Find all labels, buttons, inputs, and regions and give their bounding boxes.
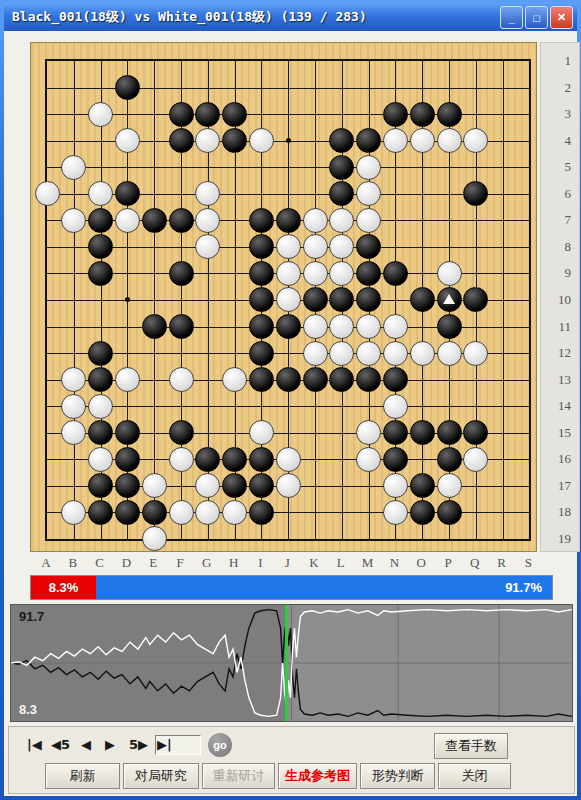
- column-label: D: [122, 555, 131, 571]
- column-label: B: [68, 555, 77, 571]
- black-stone: [249, 314, 274, 339]
- white-stone: [115, 208, 140, 233]
- row-label: 4: [565, 133, 572, 149]
- row-label: 17: [558, 478, 571, 494]
- white-stone: [329, 208, 354, 233]
- maximize-button[interactable]: □: [525, 6, 548, 29]
- white-stone: [303, 234, 328, 259]
- black-stone: [276, 367, 301, 392]
- black-stone: [383, 102, 408, 127]
- black-stone: [88, 261, 113, 286]
- black-stone: [88, 500, 113, 525]
- action-button-3: 重新研讨: [202, 763, 275, 789]
- white-stone: [410, 128, 435, 153]
- black-stone: [303, 287, 328, 312]
- column-label: K: [309, 555, 318, 571]
- white-stone: [276, 234, 301, 259]
- black-stone: [142, 500, 167, 525]
- row-label: 19: [558, 531, 571, 547]
- white-stone: [35, 181, 60, 206]
- black-stone: [169, 314, 194, 339]
- nav-forward-5-button[interactable]: 5▶: [129, 737, 148, 752]
- column-label: A: [41, 555, 50, 571]
- action-button-2[interactable]: 对局研究: [123, 763, 199, 789]
- black-stone: [249, 367, 274, 392]
- white-stone: [249, 420, 274, 445]
- row-label: 6: [565, 186, 572, 202]
- nav-last-move-button[interactable]: ▶|: [157, 737, 172, 752]
- black-stone: [410, 287, 435, 312]
- column-label: H: [229, 555, 238, 571]
- white-stone: [383, 314, 408, 339]
- black-stone: [222, 102, 247, 127]
- row-label: 14: [558, 398, 571, 414]
- white-stone: [463, 447, 488, 472]
- white-stone: [61, 394, 86, 419]
- white-stone: [410, 341, 435, 366]
- black-stone: [249, 500, 274, 525]
- row-label: 18: [558, 504, 571, 520]
- white-stone: [329, 341, 354, 366]
- navigation-row: go 查看手数 |◀◀5◀▶5▶▶|: [9, 733, 574, 759]
- nav-forward-1-button[interactable]: ▶: [105, 737, 115, 752]
- row-label: 3: [565, 106, 572, 122]
- white-stone: [437, 341, 462, 366]
- close-button[interactable]: ✕: [550, 6, 573, 29]
- white-stone: [463, 341, 488, 366]
- row-label: 8: [565, 239, 572, 255]
- white-stone: [115, 367, 140, 392]
- black-stone: [115, 420, 140, 445]
- white-stone: [115, 128, 140, 153]
- nav-first-move-button[interactable]: |◀: [27, 737, 42, 752]
- row-label: 2: [565, 80, 572, 96]
- view-moves-button[interactable]: 查看手数: [434, 733, 508, 759]
- column-label: M: [362, 555, 374, 571]
- white-stone: [142, 473, 167, 498]
- winrate-graph: 91.7 8.3: [10, 604, 573, 722]
- row-label: 9: [565, 265, 572, 281]
- white-stone: [356, 208, 381, 233]
- action-button-5[interactable]: 形势判断: [360, 763, 435, 789]
- row-coordinate-labels: 12345678910111213141516171819: [540, 42, 580, 552]
- white-stone: [276, 447, 301, 472]
- black-stone: [410, 473, 435, 498]
- white-stone: [303, 314, 328, 339]
- black-stone: [142, 208, 167, 233]
- black-stone: [410, 500, 435, 525]
- white-stone: [276, 287, 301, 312]
- window-title: Black_001(18级) vs White_001(18级) (139 / …: [4, 8, 367, 26]
- black-stone: [88, 341, 113, 366]
- row-label: 16: [558, 451, 571, 467]
- white-stone: [195, 500, 220, 525]
- row-label: 1: [565, 53, 572, 69]
- black-stone: [115, 500, 140, 525]
- black-stone: [249, 208, 274, 233]
- white-stone: [88, 394, 113, 419]
- black-stone: [249, 261, 274, 286]
- minimize-button[interactable]: _: [500, 6, 523, 29]
- control-panel: go 查看手数 |◀◀5◀▶5▶▶| 刷新对局研究重新研讨生成参考图形势判断关闭: [8, 726, 575, 794]
- black-stone: [437, 500, 462, 525]
- row-label: 12: [558, 345, 571, 361]
- grid-line-v: [503, 61, 504, 539]
- black-stone: [383, 367, 408, 392]
- white-stone: [356, 447, 381, 472]
- white-stone: [383, 394, 408, 419]
- black-stone: [437, 447, 462, 472]
- grid-line-h: [47, 406, 529, 407]
- white-stone: [437, 128, 462, 153]
- white-stone: [356, 341, 381, 366]
- white-stone: [303, 261, 328, 286]
- black-stone: [249, 447, 274, 472]
- black-stone: [437, 314, 462, 339]
- graph-max-label: 91.7: [19, 609, 44, 624]
- white-winrate-value: 91.7%: [505, 580, 542, 595]
- column-label: C: [95, 555, 104, 571]
- go-button[interactable]: go: [208, 733, 232, 757]
- black-stone: [329, 155, 354, 180]
- white-stone: [303, 208, 328, 233]
- black-stone: [410, 102, 435, 127]
- black-stone: [383, 447, 408, 472]
- black-stone: [222, 447, 247, 472]
- column-label: Q: [470, 555, 479, 571]
- black-stone: [115, 181, 140, 206]
- row-label: 7: [565, 212, 572, 228]
- black-stone: [142, 314, 167, 339]
- white-winrate-segment: 91.7%: [96, 576, 552, 599]
- black-stone: [169, 102, 194, 127]
- action-button-6[interactable]: 关闭: [438, 763, 511, 789]
- white-stone: [437, 261, 462, 286]
- white-stone: [249, 128, 274, 153]
- white-stone: [61, 208, 86, 233]
- row-label: 5: [565, 159, 572, 175]
- white-stone: [88, 447, 113, 472]
- app-window: Black_001(18级) vs White_001(18级) (139 / …: [0, 0, 581, 800]
- row-label: 13: [558, 372, 571, 388]
- black-stone: [249, 341, 274, 366]
- nav-back-5-button[interactable]: ◀5: [51, 737, 70, 752]
- action-button-1[interactable]: 刷新: [45, 763, 120, 789]
- white-stone: [88, 102, 113, 127]
- black-stone: [383, 420, 408, 445]
- white-stone: [142, 526, 167, 551]
- column-label: R: [497, 555, 506, 571]
- white-stone: [276, 473, 301, 498]
- black-stone: [410, 420, 435, 445]
- column-label: F: [176, 555, 183, 571]
- black-stone: [169, 208, 194, 233]
- black-stone: [437, 102, 462, 127]
- column-label: S: [525, 555, 532, 571]
- black-stone: [88, 208, 113, 233]
- white-stone: [356, 314, 381, 339]
- black-stone: [115, 75, 140, 100]
- white-stone: [276, 261, 301, 286]
- column-label: P: [444, 555, 451, 571]
- white-stone: [437, 473, 462, 498]
- white-stone: [169, 500, 194, 525]
- black-stone: [115, 447, 140, 472]
- column-label: G: [202, 555, 211, 571]
- nav-back-1-button[interactable]: ◀: [81, 737, 91, 752]
- black-stone: [169, 128, 194, 153]
- row-label: 11: [558, 319, 571, 335]
- star-point: [286, 138, 291, 143]
- white-stone: [195, 208, 220, 233]
- white-stone: [222, 500, 247, 525]
- white-stone: [356, 155, 381, 180]
- black-stone: [356, 261, 381, 286]
- black-stone: [195, 102, 220, 127]
- row-label: 15: [558, 425, 571, 441]
- black-winrate-segment: 8.3%: [31, 576, 96, 599]
- white-stone: [383, 500, 408, 525]
- black-stone: [195, 447, 220, 472]
- last-move-marker: [443, 294, 455, 304]
- black-stone: [169, 261, 194, 286]
- black-stone: [437, 420, 462, 445]
- white-stone: [169, 447, 194, 472]
- content-area: 12345678910111213141516171819 ABCDEFGHIJ…: [4, 31, 577, 796]
- white-stone: [303, 341, 328, 366]
- black-stone: [303, 367, 328, 392]
- row-label: 10: [558, 292, 571, 308]
- column-label: J: [285, 555, 290, 571]
- white-stone: [383, 341, 408, 366]
- column-label: O: [416, 555, 425, 571]
- black-stone: [437, 287, 462, 312]
- column-label: I: [258, 555, 262, 571]
- column-label: E: [149, 555, 157, 571]
- white-stone: [383, 128, 408, 153]
- column-label: L: [337, 555, 345, 571]
- graph-min-label: 8.3: [19, 702, 37, 717]
- black-stone: [276, 314, 301, 339]
- go-board[interactable]: [30, 42, 537, 552]
- action-button-4[interactable]: 生成参考图: [278, 763, 357, 789]
- winrate-bar: 8.3% 91.7%: [30, 575, 553, 600]
- black-stone: [276, 208, 301, 233]
- white-stone: [169, 367, 194, 392]
- column-label: N: [390, 555, 399, 571]
- black-stone: [169, 420, 194, 445]
- title-bar[interactable]: Black_001(18级) vs White_001(18级) (139 / …: [4, 3, 577, 31]
- black-stone: [383, 261, 408, 286]
- white-stone: [61, 500, 86, 525]
- white-stone: [61, 155, 86, 180]
- black-winrate-value: 8.3%: [49, 580, 79, 595]
